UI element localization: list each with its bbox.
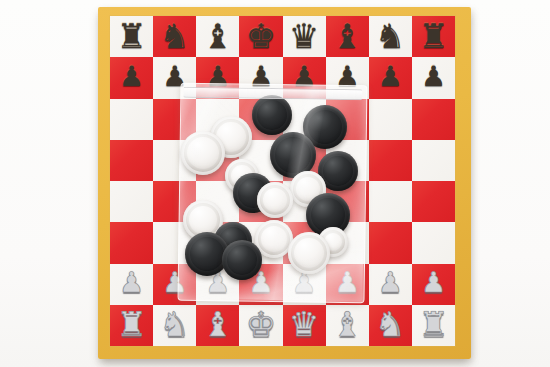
white-checker xyxy=(181,131,225,175)
white-checker xyxy=(288,232,330,274)
photo-background: ♜♞♝♚♛♝♞♜♟♟♟♟♟♟♟♟♟♟♟♟♟♟♟♟♜♞♝♚♛♝♞♜ xyxy=(0,0,550,367)
checkers-pile xyxy=(0,0,550,367)
black-checker xyxy=(252,95,292,135)
black-checker xyxy=(222,240,262,280)
white-checker xyxy=(257,182,293,218)
